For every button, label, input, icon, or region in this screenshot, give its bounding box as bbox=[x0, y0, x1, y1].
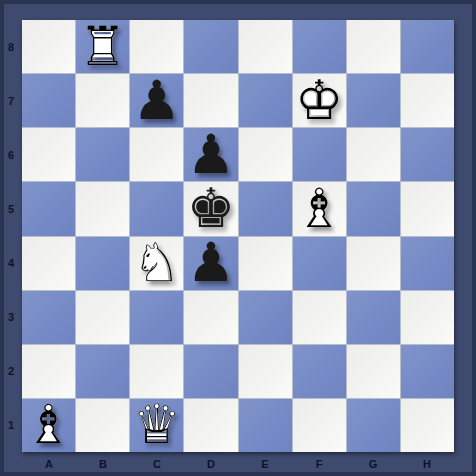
square-c4[interactable]: ♞♘ bbox=[130, 237, 183, 290]
square-f2[interactable] bbox=[293, 345, 346, 398]
white-bishop-glyph: ♝ bbox=[293, 182, 346, 235]
square-f3[interactable] bbox=[293, 291, 346, 344]
square-d2[interactable] bbox=[184, 345, 237, 398]
square-b2[interactable] bbox=[76, 345, 129, 398]
piece-black-pawn[interactable]: ♟ bbox=[184, 237, 237, 290]
square-g8[interactable] bbox=[347, 20, 400, 73]
square-d1[interactable] bbox=[184, 399, 237, 452]
square-f5[interactable]: ♝♗ bbox=[293, 182, 346, 235]
square-f8[interactable] bbox=[293, 20, 346, 73]
white-rook-glyph: ♜ bbox=[76, 20, 129, 73]
square-g1[interactable] bbox=[347, 399, 400, 452]
black-pawn-glyph: ♟ bbox=[130, 74, 183, 127]
square-a7[interactable] bbox=[22, 74, 75, 127]
square-c5[interactable] bbox=[130, 182, 183, 235]
square-g6[interactable] bbox=[347, 128, 400, 181]
square-b7[interactable] bbox=[76, 74, 129, 127]
square-d3[interactable] bbox=[184, 291, 237, 344]
square-c3[interactable] bbox=[130, 291, 183, 344]
file-label-f: F bbox=[292, 452, 346, 476]
square-a2[interactable] bbox=[22, 345, 75, 398]
rank-label-4: 4 bbox=[0, 236, 22, 290]
white-knight-outline: ♘ bbox=[130, 237, 183, 290]
file-label-g: G bbox=[346, 452, 400, 476]
square-e3[interactable] bbox=[239, 291, 292, 344]
square-e1[interactable] bbox=[239, 399, 292, 452]
square-a1[interactable]: ♝♗ bbox=[22, 399, 75, 452]
chess-board-frame: 87654321 ABCDEFGH ♜♖♟♚♔♟♚♝♗♞♘♟♝♗♛♕ bbox=[0, 0, 476, 476]
piece-white-knight[interactable]: ♞♘ bbox=[130, 237, 183, 290]
file-label-b: B bbox=[76, 452, 130, 476]
square-f7[interactable]: ♚♔ bbox=[293, 74, 346, 127]
rank-label-3: 3 bbox=[0, 290, 22, 344]
file-label-c: C bbox=[130, 452, 184, 476]
white-bishop-outline: ♗ bbox=[293, 182, 346, 235]
square-c7[interactable]: ♟ bbox=[130, 74, 183, 127]
rank-label-6: 6 bbox=[0, 128, 22, 182]
rank-labels: 87654321 bbox=[0, 20, 22, 452]
square-g5[interactable] bbox=[347, 182, 400, 235]
square-c1[interactable]: ♛♕ bbox=[130, 399, 183, 452]
white-bishop-glyph: ♝ bbox=[22, 399, 75, 452]
square-b8[interactable]: ♜♖ bbox=[76, 20, 129, 73]
square-h8[interactable] bbox=[401, 20, 454, 73]
square-b1[interactable] bbox=[76, 399, 129, 452]
square-g4[interactable] bbox=[347, 237, 400, 290]
square-h3[interactable] bbox=[401, 291, 454, 344]
black-pawn-glyph: ♟ bbox=[184, 128, 237, 181]
file-label-h: H bbox=[400, 452, 454, 476]
square-d6[interactable]: ♟ bbox=[184, 128, 237, 181]
piece-black-pawn[interactable]: ♟ bbox=[184, 128, 237, 181]
piece-white-bishop[interactable]: ♝♗ bbox=[293, 182, 346, 235]
piece-white-bishop[interactable]: ♝♗ bbox=[22, 399, 75, 452]
piece-white-queen[interactable]: ♛♕ bbox=[130, 399, 183, 452]
rank-label-2: 2 bbox=[0, 344, 22, 398]
square-e5[interactable] bbox=[239, 182, 292, 235]
piece-black-pawn[interactable]: ♟ bbox=[130, 74, 183, 127]
square-h7[interactable] bbox=[401, 74, 454, 127]
square-e7[interactable] bbox=[239, 74, 292, 127]
square-h5[interactable] bbox=[401, 182, 454, 235]
square-e8[interactable] bbox=[239, 20, 292, 73]
rank-label-7: 7 bbox=[0, 74, 22, 128]
square-e4[interactable] bbox=[239, 237, 292, 290]
square-e6[interactable] bbox=[239, 128, 292, 181]
file-label-a: A bbox=[22, 452, 76, 476]
rank-label-8: 8 bbox=[0, 20, 22, 74]
square-a8[interactable] bbox=[22, 20, 75, 73]
square-d4[interactable]: ♟ bbox=[184, 237, 237, 290]
file-label-d: D bbox=[184, 452, 238, 476]
square-a6[interactable] bbox=[22, 128, 75, 181]
square-f1[interactable] bbox=[293, 399, 346, 452]
square-a4[interactable] bbox=[22, 237, 75, 290]
white-king-outline: ♔ bbox=[293, 74, 346, 127]
square-g7[interactable] bbox=[347, 74, 400, 127]
square-c6[interactable] bbox=[130, 128, 183, 181]
white-queen-outline: ♕ bbox=[130, 399, 183, 452]
square-f6[interactable] bbox=[293, 128, 346, 181]
square-e2[interactable] bbox=[239, 345, 292, 398]
piece-black-king[interactable]: ♚ bbox=[184, 182, 237, 235]
square-d7[interactable] bbox=[184, 74, 237, 127]
board: ♜♖♟♚♔♟♚♝♗♞♘♟♝♗♛♕ bbox=[22, 20, 454, 452]
square-a3[interactable] bbox=[22, 291, 75, 344]
file-labels: ABCDEFGH bbox=[22, 452, 454, 476]
rank-label-1: 1 bbox=[0, 398, 22, 452]
square-c2[interactable] bbox=[130, 345, 183, 398]
white-bishop-outline: ♗ bbox=[22, 399, 75, 452]
square-c8[interactable] bbox=[130, 20, 183, 73]
square-h2[interactable] bbox=[401, 345, 454, 398]
rank-label-5: 5 bbox=[0, 182, 22, 236]
square-h4[interactable] bbox=[401, 237, 454, 290]
square-h1[interactable] bbox=[401, 399, 454, 452]
square-f4[interactable] bbox=[293, 237, 346, 290]
square-d8[interactable] bbox=[184, 20, 237, 73]
square-g2[interactable] bbox=[347, 345, 400, 398]
square-b6[interactable] bbox=[76, 128, 129, 181]
black-pawn-glyph: ♟ bbox=[184, 237, 237, 290]
black-king-glyph: ♚ bbox=[184, 182, 237, 235]
square-b3[interactable] bbox=[76, 291, 129, 344]
piece-white-rook[interactable]: ♜♖ bbox=[76, 20, 129, 73]
square-g3[interactable] bbox=[347, 291, 400, 344]
square-a5[interactable] bbox=[22, 182, 75, 235]
white-king-glyph: ♚ bbox=[293, 74, 346, 127]
white-knight-glyph: ♞ bbox=[130, 237, 183, 290]
square-h6[interactable] bbox=[401, 128, 454, 181]
white-queen-glyph: ♛ bbox=[130, 399, 183, 452]
square-d5[interactable]: ♚ bbox=[184, 182, 237, 235]
square-b4[interactable] bbox=[76, 237, 129, 290]
piece-white-king[interactable]: ♚♔ bbox=[293, 74, 346, 127]
white-rook-outline: ♖ bbox=[76, 20, 129, 73]
square-b5[interactable] bbox=[76, 182, 129, 235]
file-label-e: E bbox=[238, 452, 292, 476]
